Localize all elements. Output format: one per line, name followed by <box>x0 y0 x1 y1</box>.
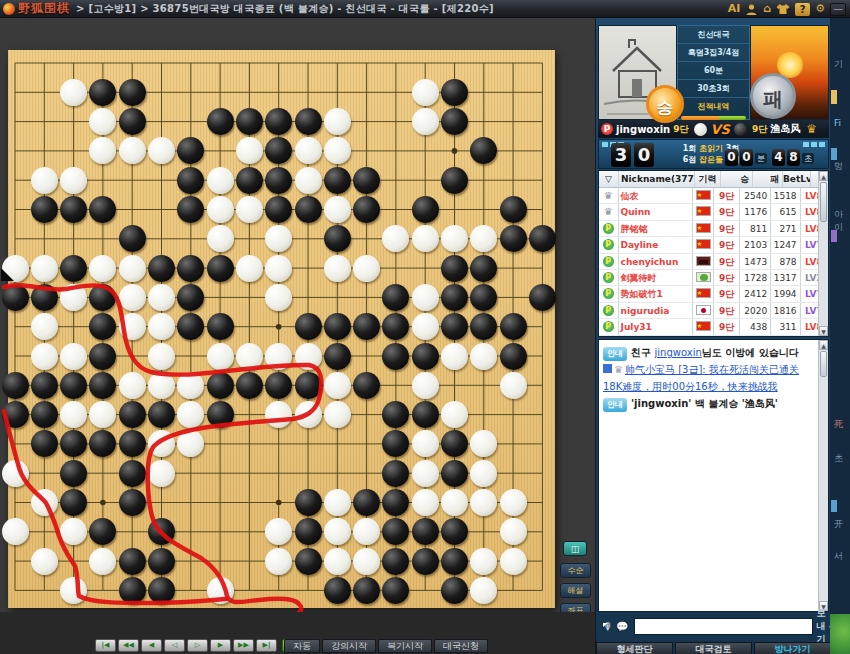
chat-line: 안내'jingwoxin' 백 불계승 '渔岛风' <box>603 395 814 412</box>
player-list-scrollbar[interactable]: ▲ ▼ <box>818 171 828 336</box>
chat-text: 친구 <box>631 347 654 358</box>
country-flag-icon <box>696 256 711 266</box>
player-name: Quinn <box>619 204 693 219</box>
match-komi: 흑덤3집3/4점 <box>678 44 749 62</box>
flip-digit: 0 <box>634 143 654 167</box>
titlebar: 野狐围棋 > [고수방1] > 36875번대국방 대국종료 (백 불계승) -… <box>0 0 850 18</box>
player-wins: 1176 <box>740 204 771 219</box>
clock-bar: 30 1회 초읽기 3회 6점 잡은돌 0점 00분 48초 <box>598 139 829 169</box>
country-flag-icon <box>696 190 711 200</box>
white-player-rank: 9단 <box>673 123 688 136</box>
player-row[interactable]: P 剑翼待时 9단 1728 1317 LV2 <box>599 270 828 286</box>
app-logo-icon <box>3 3 15 15</box>
player-row[interactable]: P nigurudia 9단 2020 1816 LV7 <box>599 303 828 319</box>
player-wins: 2020 <box>740 303 771 318</box>
home-icon[interactable]: ⌂ <box>763 1 771 17</box>
nav-button[interactable]: ▶ <box>210 639 231 652</box>
win-badge: 승 <box>646 85 684 123</box>
go-board[interactable] <box>8 50 555 608</box>
black-stone-icon <box>734 123 747 136</box>
clipped-text: 서 <box>834 550 843 563</box>
lose-badge: 패 <box>750 73 796 119</box>
app-logo: 野狐围棋 <box>18 0 70 17</box>
bottom-tabs: 자동강의시작복기시작대국신청 <box>284 639 488 653</box>
member-p-icon: P <box>601 123 613 135</box>
side-button-0[interactable]: ◫ <box>563 541 587 556</box>
shirt-icon[interactable] <box>776 3 790 15</box>
player-row[interactable]: P 草帽小子 9단 818 643 LV8 <box>599 336 828 337</box>
player-name: 胖铭铭 <box>619 221 693 236</box>
checkbox-icon <box>603 364 612 373</box>
player-row[interactable]: P Dayline 9단 2103 1247 LV7 <box>599 237 828 253</box>
player-losses: 311 <box>771 319 800 334</box>
player-list-header[interactable]: ▽ Nickname(377) 기력 승 패 BetLv <box>599 171 828 188</box>
player-row[interactable]: ♛ Quinn 9단 1176 615 LV8 <box>599 204 828 220</box>
bottom-tab[interactable]: 복기시작 <box>378 639 432 653</box>
room-tab-1[interactable]: 대국검토 <box>675 642 752 654</box>
player-row[interactable]: P July31 9단 438 311 LV8 <box>599 319 828 335</box>
player-losses: 1994 <box>771 286 800 301</box>
seconds-label: 초 <box>802 153 814 164</box>
fox-go-client-window: 野狐围棋 > [고수방1] > 36875번대국방 대국종료 (백 불계승) -… <box>0 0 850 654</box>
match-main-time: 60분 <box>678 62 749 80</box>
player-wins: 438 <box>740 319 771 334</box>
player-wins: 1473 <box>740 254 771 269</box>
chat-line: 안내친구 jingwoxin님도 이방에 있습니다 <box>603 344 814 361</box>
nav-button[interactable]: |◀ <box>95 639 116 652</box>
country-flag-icon <box>696 288 711 298</box>
p-member-icon: P <box>603 272 614 283</box>
scroll-down-icon[interactable]: ▼ <box>819 326 828 336</box>
nav-button[interactable]: ▶| <box>256 639 277 652</box>
player-losses: 1518 <box>771 188 800 203</box>
player-name: nigurudia <box>619 303 693 318</box>
player-rank: 9단 <box>714 319 739 334</box>
chat-line: ♛帅气小宝马 [3급]: 我在死活闯关已通关18K难度，用时00分16秒，快来挑… <box>603 361 814 395</box>
crown-icon: ♛ <box>806 122 817 136</box>
player-name: 势如破竹1 <box>619 286 693 301</box>
p-member-icon: P <box>603 223 614 234</box>
crown-icon: ♛ <box>604 206 613 217</box>
game-clock: 00분 48초 <box>725 146 814 166</box>
clipped-fragment <box>831 90 837 104</box>
country-flag-icon <box>696 239 711 249</box>
user-icon[interactable] <box>745 3 758 16</box>
p-member-icon: P <box>603 288 614 299</box>
player-rank: 9단 <box>714 254 739 269</box>
player-losses: 615 <box>771 204 800 219</box>
nav-button[interactable]: ◁ <box>164 639 185 652</box>
black-player-name: 渔岛风 <box>770 122 800 136</box>
nav-button[interactable]: ◀◀ <box>118 639 139 652</box>
player-rank: 9단 <box>714 221 739 236</box>
black-player-rank: 9단 <box>752 123 767 136</box>
clipped-text: 기 <box>834 58 843 71</box>
settings-gear-icon[interactable]: ⚙ <box>815 1 825 17</box>
chat-area: 안내친구 jingwoxin님도 이방에 있습니다♛帅气小宝马 [3급]: 我在… <box>598 339 829 612</box>
ai-button[interactable]: AI <box>728 1 741 17</box>
country-flag-icon <box>696 272 711 282</box>
player-rank: 9단 <box>714 204 739 219</box>
player-wins: 2412 <box>740 286 771 301</box>
player-wins: 818 <box>740 336 771 337</box>
player-rank: 9단 <box>714 237 739 252</box>
player-losses: 643 <box>771 336 800 337</box>
white-player-name: jingwoxin <box>616 124 670 135</box>
move-navigation: |◀◀◀◀◁▷▶▶▶▶|GO <box>95 639 306 652</box>
players-name-bar: P jingwoxin 9단 VS 9단 渔岛风 ♛ <box>598 120 829 138</box>
send-button[interactable]: 보내기 <box>816 607 825 646</box>
white-stone-icon <box>694 123 707 136</box>
clipped-fragment <box>831 230 837 242</box>
player-row[interactable]: P chenyichun 9단 1473 878 LV8 <box>599 254 828 270</box>
chat-scroll-up-icon[interactable]: ▲ <box>819 340 828 350</box>
player-wins: 811 <box>740 221 771 236</box>
room-tab-2[interactable]: 방나가기 <box>754 642 831 654</box>
notice-badge: 안내 <box>603 347 627 361</box>
vs-label: VS <box>711 122 730 137</box>
nav-button[interactable]: ▶▶ <box>233 639 254 652</box>
player-wins: 1728 <box>740 270 771 285</box>
p-member-icon: P <box>603 239 614 250</box>
chat-input[interactable] <box>634 618 813 635</box>
help-button[interactable]: ? <box>795 3 810 16</box>
player-rank: 9단 <box>714 303 739 318</box>
player-row[interactable]: P 势如破竹1 9단 2412 1994 LV7 <box>599 286 828 302</box>
room-tab-0[interactable]: 형세판단 <box>596 642 673 654</box>
chat-input-row: 🎙 💬 보내기 ↵ <box>598 615 829 638</box>
filter-funnel-icon[interactable]: ▽ <box>599 171 619 187</box>
bottom-tab[interactable]: 강의시작 <box>322 639 376 653</box>
minutes-label: 분 <box>755 153 767 164</box>
player-rank: 9단 <box>714 336 739 337</box>
chat-scrollbar[interactable]: ▲ ▼ <box>818 340 828 611</box>
clipped-text: 死 <box>834 418 843 431</box>
bottom-tab[interactable]: 자동 <box>284 639 320 653</box>
bottom-tab[interactable]: 대국신청 <box>434 639 488 653</box>
player-name: chenyichun <box>619 254 693 269</box>
player-row[interactable]: P 胖铭铭 9단 811 271 LV8 <box>599 221 828 237</box>
player-name: 草帽小子 <box>619 336 693 337</box>
chat-text[interactable]: 帅气小宝马 [3급] <box>625 364 702 375</box>
bottom-toolbar: |◀◀◀◀◁▷▶▶▶▶|GO 자동강의시작복기시작대국신청 <box>0 612 595 654</box>
room-action-tabs: 형세판단대국검토방나가기 <box>596 642 831 654</box>
flip-digit: 3 <box>611 143 631 167</box>
player-losses: 271 <box>771 221 800 236</box>
match-type: 친선대국 <box>678 26 749 44</box>
country-flag-icon <box>696 305 711 315</box>
match-byoyomi: 30초3회 <box>678 80 749 98</box>
clipped-right-strip: 기Fi멍아이死초开서 <box>830 18 850 654</box>
nav-button[interactable]: ◀ <box>141 639 162 652</box>
player-rank: 9단 <box>714 286 739 301</box>
minimize-button[interactable]: — <box>830 3 846 16</box>
player-losses: 1317 <box>771 270 800 285</box>
player-losses: 1816 <box>771 303 800 318</box>
right-panel: 친선대국 흑덤3집3/4점 60분 30초3회 전적내역 승 패 P jingw… <box>595 18 830 654</box>
chat-text: 'jingwoxin' 백 불계승 '渔岛风' <box>631 398 778 409</box>
side-button-2[interactable]: 해설 <box>560 583 591 598</box>
player-losses: 1247 <box>771 237 800 252</box>
player-name: 剑翼待时 <box>619 270 693 285</box>
red-annotation-loop <box>8 50 555 625</box>
player-name: July31 <box>619 319 693 334</box>
country-flag-icon <box>696 206 711 216</box>
player-wins: 2540 <box>740 188 771 203</box>
side-button-1[interactable]: 수순 <box>560 563 591 578</box>
crown-icon: ♛ <box>604 190 613 201</box>
clipped-fragment <box>831 500 837 512</box>
player-rank: 9단 <box>714 270 739 285</box>
player-wins: 2103 <box>740 237 771 252</box>
player-row[interactable]: ♛ 仙农 9단 2540 1518 LV8 <box>599 188 828 204</box>
clipped-text: Fi <box>834 118 841 128</box>
speech-bubble-icon[interactable]: 💬 <box>616 621 628 632</box>
player-rank: 9단 <box>714 188 739 203</box>
clipped-text: 멍 <box>834 160 843 173</box>
player-name: 仙农 <box>619 188 693 203</box>
chat-text: 님도 이방에 있습니다 <box>702 347 799 358</box>
p-member-icon: P <box>603 321 614 332</box>
country-flag-icon <box>696 223 711 233</box>
player-name: Dayline <box>619 237 693 252</box>
clipped-text: 초 <box>834 452 843 465</box>
history-button[interactable]: 전적내역 <box>678 98 749 114</box>
p-member-icon: P <box>603 305 614 316</box>
player-losses: 878 <box>771 254 800 269</box>
breadcrumb: > [고수방1] > 36875번대국방 대국종료 (백 불계승) - 친선대국… <box>76 2 494 16</box>
country-flag-icon <box>696 321 711 331</box>
nav-button[interactable]: ▷ <box>187 639 208 652</box>
player-list: ▽ Nickname(377) 기력 승 패 BetLv ♛ 仙农 9단 254… <box>598 170 829 337</box>
clipped-fragment <box>831 148 837 160</box>
chat-crown-icon: ♛ <box>614 364 623 375</box>
byoyomi-counter: 30 <box>611 143 657 167</box>
plant-decoration <box>830 614 850 654</box>
notice-badge: 안내 <box>603 398 627 412</box>
chat-text[interactable]: jingwoxin <box>654 347 701 358</box>
match-info: 친선대국 흑덤3집3/4점 60분 30초3회 전적내역 <box>677 25 750 120</box>
scroll-up-icon[interactable]: ▲ <box>819 171 828 181</box>
p-member-icon: P <box>603 256 614 267</box>
clipped-text: 开 <box>834 518 843 531</box>
